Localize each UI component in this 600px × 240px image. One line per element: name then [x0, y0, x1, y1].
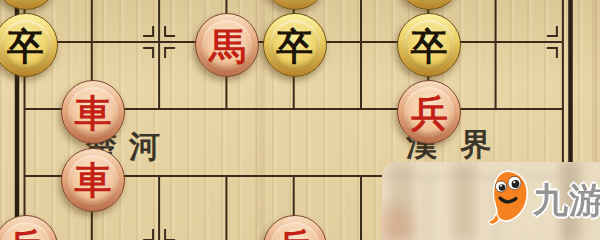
watermark-text: 九游	[533, 177, 600, 224]
piece-glyph: 車	[74, 162, 111, 199]
piece-glyph: 兵	[276, 229, 313, 240]
jiuyou-mascot-icon	[486, 170, 530, 228]
piece-glyph: 馬	[209, 28, 246, 65]
piece-red-車[interactable]: 車	[61, 148, 125, 212]
blurred-plank	[452, 162, 476, 240]
piece-black-卒[interactable]: 卒	[0, 13, 58, 77]
piece-black-hidden[interactable]	[263, 0, 327, 10]
piece-red-兵[interactable]: 兵	[0, 215, 58, 240]
piece-glyph: 卒	[7, 28, 44, 65]
piece-black-hidden[interactable]	[0, 0, 58, 10]
piece-red-兵[interactable]: 兵	[263, 215, 327, 240]
piece-glyph: 卒	[276, 28, 313, 65]
piece-black-卒[interactable]: 卒	[263, 13, 327, 77]
xiangqi-board[interactable]: 楚河 漢界 卒馬卒卒車兵車兵兵 九游	[0, 0, 600, 240]
piece-red-兵[interactable]: 兵	[397, 80, 461, 144]
piece-black-卒[interactable]: 卒	[397, 13, 461, 77]
piece-glyph: 車	[74, 95, 111, 132]
piece-glyph: 兵	[7, 229, 44, 240]
piece-glyph: 兵	[411, 95, 448, 132]
piece-glyph: 卒	[411, 28, 448, 65]
piece-black-hidden[interactable]	[397, 0, 461, 10]
piece-red-馬[interactable]: 馬	[195, 13, 259, 77]
piece-red-車[interactable]: 車	[61, 80, 125, 144]
watermark-panel: 九游	[382, 162, 600, 240]
